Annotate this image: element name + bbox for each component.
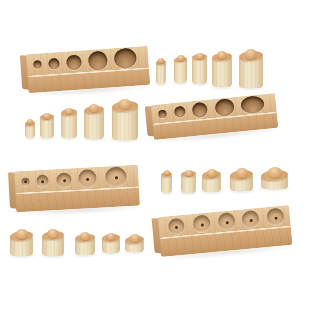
row-top-right-cylinder-1 [156,58,166,84]
block-bottom-right-drill-mark-5 [274,216,277,219]
row-bottom-left-cylinder-1-knob [16,229,28,239]
row-top-right-cylinder-3-body [192,57,207,84]
block-bottom-left-drill-mark-1 [24,181,27,184]
row-right-cylinder-4 [230,168,253,191]
row-top-right-cylinder-2-knob [177,55,184,61]
block-top-right-socket-5 [240,95,265,114]
row-bottom-left-cylinder-2 [42,229,64,256]
row-bottom-left-cylinder-3-knob [80,232,90,240]
block-bottom-right-socket-3 [217,212,235,230]
row-top-right-cylinder-4 [212,51,232,87]
row-top-right-cylinder-1-knob [158,58,164,63]
row-top-right-cylinder-5-knob [245,49,257,59]
row-top-right-cylinder-4-body [212,57,232,87]
block-top-left-socket-5 [114,48,137,69]
block-bottom-left-socket-2 [36,175,49,188]
block-bottom-left-socket-3 [56,172,72,188]
row-middle-left-cylinder-4-knob [89,104,99,112]
row-bottom-left-cylinder-4-knob [107,233,116,240]
block-top-right-socket-1 [158,110,167,119]
row-middle-left-cylinder-1-knob [27,119,33,124]
row-right-cylinder-5-knob [268,167,282,178]
block-bottom-left-drill-mark-2 [41,180,44,183]
row-top-right-cylinder-3 [192,53,207,84]
row-right-cylinder-1-knob [164,170,170,175]
row-bottom-left-cylinder-1 [10,229,33,256]
row-top-right-cylinder-1-body [156,62,166,84]
row-middle-left-cylinder-1 [25,119,35,138]
row-top-right-cylinder-3-knob [196,53,204,59]
row-top-right-cylinder-4-knob [217,51,227,59]
row-middle-left-cylinder-5-knob [119,99,132,109]
block-bottom-right-socket-2 [192,214,210,232]
row-middle-left-cylinder-3 [61,108,77,138]
block-bottom-left-drill-mark-4 [86,178,89,181]
block-bottom-right-drill-mark-2 [200,223,203,226]
block-bottom-right-socket-5 [266,208,284,226]
row-right-cylinder-2 [181,170,196,193]
block-top-right-socket-4 [214,98,235,117]
row-bottom-left-cylinder-3 [75,232,95,255]
block-top-left-socket-3 [66,54,82,70]
row-middle-left-cylinder-2 [40,113,54,138]
block-bottom-right-drill-mark-3 [225,221,228,224]
row-middle-left-cylinder-3-knob [65,108,73,114]
block-top-right-socket-2 [174,106,186,118]
block-top-left-socket-1 [33,60,42,69]
block-top-right-socket-3 [192,102,208,118]
block-bottom-right-drill-mark-1 [175,226,178,229]
row-middle-left-cylinder-4-body [84,110,104,139]
block-bottom-right-socket-4 [241,210,259,228]
block-top-right [151,93,279,140]
row-right-cylinder-3 [202,169,221,192]
block-bottom-left [14,165,140,213]
block-top-left-socket-4 [88,51,108,71]
row-bottom-left-cylinder-4 [102,233,120,253]
row-top-right-cylinder-5 [239,49,263,88]
block-bottom-right [157,205,292,257]
row-right-cylinder-4-knob [236,168,248,178]
block-bottom-left-socket-4 [78,169,97,188]
block-bottom-left-socket-5 [105,166,127,187]
row-middle-left-cylinder-4 [84,104,104,139]
block-top-left-socket-2 [48,58,60,70]
row-bottom-left-cylinder-2-knob [48,229,59,238]
product-photo [0,0,310,310]
row-middle-left-cylinder-2-knob [44,113,51,119]
row-right-cylinder-3-knob [207,169,217,177]
block-bottom-left-drill-mark-3 [63,179,66,182]
block-bottom-right-drill-mark-4 [249,218,252,221]
row-right-cylinder-2-knob [185,170,193,176]
row-top-right-cylinder-2-body [174,59,187,83]
row-right-cylinder-1 [161,170,172,193]
row-bottom-left-cylinder-5 [125,234,144,252]
row-middle-left-cylinder-2-body [40,117,54,138]
row-top-right-cylinder-2 [174,55,187,83]
row-middle-left-cylinder-5 [112,99,138,140]
block-top-left [26,46,150,93]
block-bottom-left-drill-mark-5 [114,176,117,179]
row-bottom-left-cylinder-5-knob [130,234,140,242]
block-bottom-right-socket-1 [168,218,185,235]
block-bottom-left-socket-1 [21,178,29,186]
row-right-cylinder-5 [261,167,288,189]
